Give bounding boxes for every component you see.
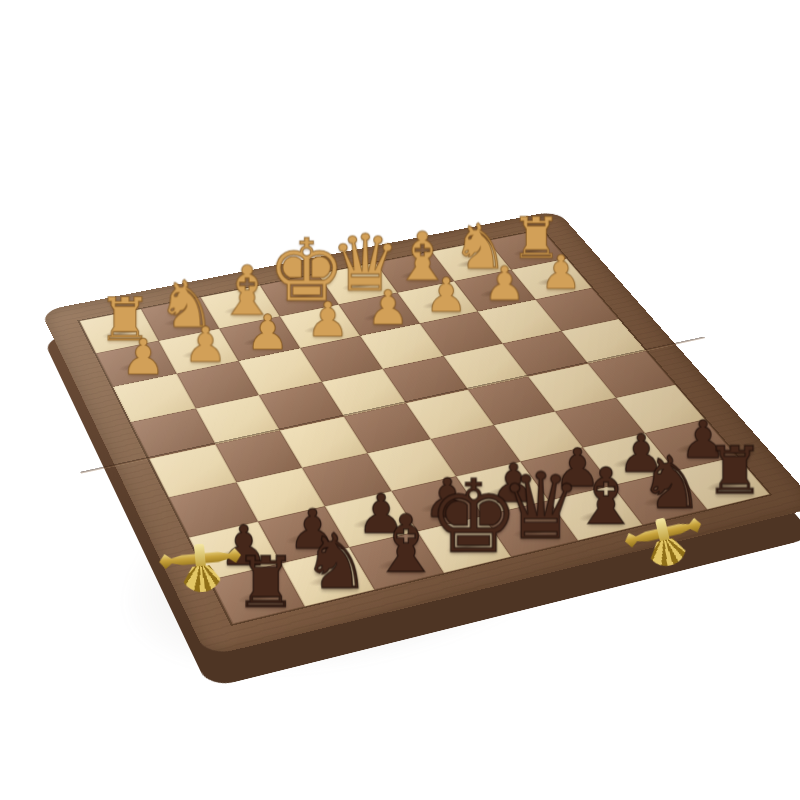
square-e3 [300,336,383,382]
square-c1: ♝ [375,252,454,293]
square-b2: ♟ [454,270,535,312]
square-f1: ♝ [201,286,280,329]
piece-anchor: ♟ [162,336,238,373]
piece-anchor: ♞ [431,240,511,281]
piece-shadow [534,274,573,287]
clasp-fan-icon [180,564,225,594]
square-e2: ♟ [279,304,360,348]
square-a3 [535,288,618,331]
white-rook: ♜ [99,290,153,350]
piece-shadow [100,326,141,340]
square-a2: ♟ [511,258,592,299]
black-rook: ♜ [235,548,298,618]
square-g3 [176,361,258,408]
piece-shadow [419,297,459,311]
piece-anchor: ♟ [460,277,535,312]
piece-anchor: ♞ [140,296,219,340]
square-b1: ♞ [432,241,511,281]
product-photo-scene: ♜♞♝♚♛♝♞♜♟♟♟♟♟♟♟♟♟♟♟♟♟♟♟♟♜♞♝♚♛♝♞♜ [0,0,800,800]
piece-shadow [397,267,436,280]
white-pawn: ♟ [246,308,289,356]
piece-anchor: ♟ [516,265,591,299]
black-knight: ♞ [303,525,371,601]
chessboard: ♜♞♝♚♛♝♞♜♟♟♟♟♟♟♟♟♟♟♟♟♟♟♟♟♜♞♝♚♛♝♞♜ [40,210,800,656]
white-pawn: ♟ [367,284,410,332]
white-knight: ♞ [452,216,508,278]
piece-shadow [117,358,159,373]
piece-anchor: ♝ [199,283,279,328]
piece-anchor: ♜ [488,232,566,270]
piece-shadow [179,346,220,361]
piece-shadow [339,279,378,293]
square-d4 [383,356,468,403]
square-b4 [502,331,587,377]
square-b3 [478,300,561,344]
white-bishop: ♝ [393,223,453,290]
piece-shadow [454,256,493,269]
white-pawn: ♟ [484,261,526,308]
piece-anchor: ♝ [373,249,454,292]
square-a5 [588,351,675,398]
brass-clasp-bottom [158,537,245,600]
piece-anchor: ♛ [312,255,396,304]
square-e1: ♚ [260,274,339,316]
white-queen: ♛ [330,224,400,302]
folding-chess-box: ♜♞♝♚♛♝♞♜♟♟♟♟♟♟♟♟♟♟♟♟♟♟♟♟♜♞♝♚♛♝♞♜ [106,103,706,703]
piece-anchor: ♟ [100,348,176,386]
black-rook: ♜ [705,439,764,505]
piece-shadow [241,333,282,348]
piece-shadow [221,302,261,316]
white-pawn: ♟ [184,321,228,370]
piece-anchor: ♟ [224,324,300,361]
white-king: ♚ [267,228,344,314]
piece-shadow [301,321,342,335]
white-knight: ♞ [158,272,216,337]
black-bishop: ♝ [370,504,442,584]
square-a4 [561,319,646,364]
square-c3 [419,311,502,355]
piece-shadow [361,309,401,323]
square-g1: ♞ [141,297,220,341]
white-bishop: ♝ [217,257,278,325]
piece-anchor: ♟ [344,300,420,336]
piece-anchor: ♚ [252,262,338,315]
piece-shadow [161,314,201,328]
white-pawn: ♟ [426,272,468,319]
square-d1: ♛ [318,263,397,305]
white-rook: ♜ [511,210,562,266]
square-f3 [239,348,322,395]
square-c2: ♟ [397,281,478,324]
piece-shadow [509,245,547,258]
square-a1: ♜ [487,230,566,270]
square-h2: ♟ [96,341,176,387]
square-d3 [360,324,443,369]
square-d2: ♟ [339,293,420,336]
square-c4 [443,343,528,389]
piece-anchor: ♟ [284,312,360,348]
white-pawn: ♟ [307,296,350,344]
square-g2: ♟ [158,328,238,373]
piece-shadow [281,290,321,304]
white-pawn: ♟ [541,249,583,296]
piece-shadow [477,286,517,300]
piece-anchor: ♟ [402,288,477,323]
white-pawn: ♟ [121,333,165,382]
square-f2: ♟ [219,316,300,361]
